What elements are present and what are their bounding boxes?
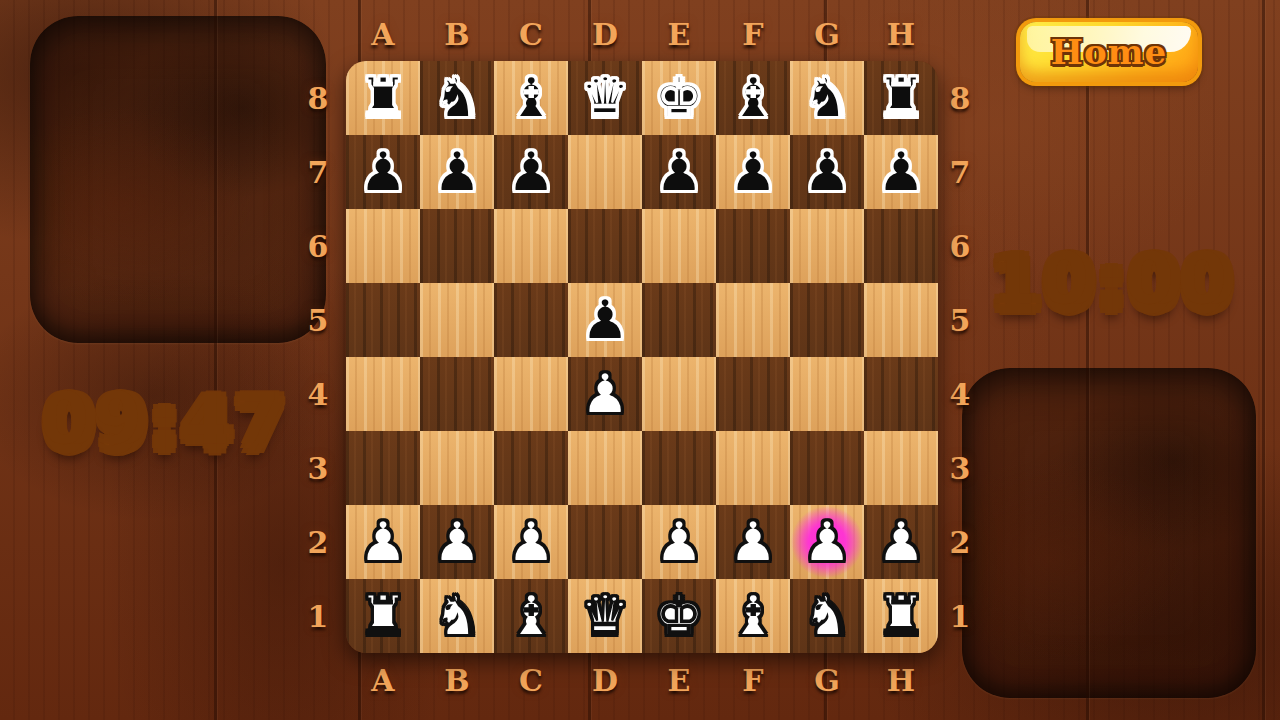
piece-white-pawn-g2[interactable]: ♟	[802, 505, 852, 579]
square-e2[interactable]: ♟	[642, 505, 716, 579]
piece-black-bishop-f8[interactable]: ♝	[728, 61, 778, 135]
file-label-d: D	[568, 12, 642, 56]
square-b3[interactable]	[420, 431, 494, 505]
piece-black-pawn-b7[interactable]: ♟	[432, 135, 482, 209]
piece-black-pawn-d5[interactable]: ♟	[580, 283, 630, 357]
piece-black-pawn-h7[interactable]: ♟	[876, 135, 926, 209]
square-e7[interactable]: ♟	[642, 135, 716, 209]
square-f6[interactable]	[716, 209, 790, 283]
rank-label-8: 8	[940, 61, 980, 135]
square-h7[interactable]: ♟	[864, 135, 938, 209]
square-f8[interactable]: ♝	[716, 61, 790, 135]
piece-white-knight-g1[interactable]: ♞	[802, 579, 852, 653]
square-f3[interactable]	[716, 431, 790, 505]
file-label-h: H	[864, 656, 938, 704]
square-h2[interactable]: ♟	[864, 505, 938, 579]
black-clock: 10:00	[955, 241, 1271, 325]
square-d2[interactable]	[568, 505, 642, 579]
square-g4[interactable]	[790, 357, 864, 431]
square-a5[interactable]	[346, 283, 420, 357]
square-c5[interactable]	[494, 283, 568, 357]
square-f7[interactable]: ♟	[716, 135, 790, 209]
square-h4[interactable]	[864, 357, 938, 431]
square-h1[interactable]: ♜	[864, 579, 938, 653]
piece-black-queen-d8[interactable]: ♛	[580, 61, 630, 135]
file-label-e: E	[642, 656, 716, 704]
piece-white-pawn-b2[interactable]: ♟	[432, 505, 482, 579]
rank-label-7: 7	[940, 135, 980, 209]
square-b1[interactable]: ♞	[420, 579, 494, 653]
rank-label-3: 3	[298, 431, 338, 505]
file-label-h: H	[864, 12, 938, 56]
piece-white-pawn-c2[interactable]: ♟	[506, 505, 556, 579]
file-label-b: B	[420, 12, 494, 56]
square-b5[interactable]	[420, 283, 494, 357]
captured-pieces-tray-bottom-right	[962, 368, 1256, 698]
rank-label-2: 2	[298, 505, 338, 579]
file-label-g: G	[790, 656, 864, 704]
square-e1[interactable]: ♚	[642, 579, 716, 653]
piece-white-pawn-h2[interactable]: ♟	[876, 505, 926, 579]
square-a3[interactable]	[346, 431, 420, 505]
square-g2[interactable]: ♟	[790, 505, 864, 579]
square-d5[interactable]: ♟	[568, 283, 642, 357]
square-c2[interactable]: ♟	[494, 505, 568, 579]
rank-label-8: 8	[298, 61, 338, 135]
file-label-g: G	[790, 12, 864, 56]
square-e6[interactable]	[642, 209, 716, 283]
square-f4[interactable]	[716, 357, 790, 431]
square-b7[interactable]: ♟	[420, 135, 494, 209]
square-f1[interactable]: ♝	[716, 579, 790, 653]
square-c4[interactable]	[494, 357, 568, 431]
square-c3[interactable]	[494, 431, 568, 505]
piece-white-king-e1[interactable]: ♚	[654, 579, 704, 653]
square-b8[interactable]: ♞	[420, 61, 494, 135]
piece-black-knight-g8[interactable]: ♞	[802, 61, 852, 135]
file-label-c: C	[494, 656, 568, 704]
square-e8[interactable]: ♚	[642, 61, 716, 135]
square-c8[interactable]: ♝	[494, 61, 568, 135]
square-g7[interactable]: ♟	[790, 135, 864, 209]
wood-plank-seam	[1086, 0, 1089, 720]
rank-label-6: 6	[940, 209, 980, 283]
square-f2[interactable]: ♟	[716, 505, 790, 579]
piece-white-bishop-f1[interactable]: ♝	[728, 579, 778, 653]
piece-black-rook-a8[interactable]: ♜	[358, 61, 408, 135]
captured-pieces-tray-top-left	[30, 16, 326, 343]
square-a2[interactable]: ♟	[346, 505, 420, 579]
rank-label-3: 3	[940, 431, 980, 505]
file-label-d: D	[568, 656, 642, 704]
square-b2[interactable]: ♟	[420, 505, 494, 579]
square-a1[interactable]: ♜	[346, 579, 420, 653]
square-a7[interactable]: ♟	[346, 135, 420, 209]
piece-black-rook-h8[interactable]: ♜	[876, 61, 926, 135]
rank-label-1: 1	[298, 579, 338, 653]
wood-plank-seam	[214, 0, 217, 720]
square-a4[interactable]	[346, 357, 420, 431]
piece-white-pawn-d4[interactable]: ♟	[580, 357, 630, 431]
square-d8[interactable]: ♛	[568, 61, 642, 135]
piece-white-queen-d1[interactable]: ♛	[580, 579, 630, 653]
home-button[interactable]: Home	[1020, 22, 1198, 82]
square-e5[interactable]	[642, 283, 716, 357]
file-label-b: B	[420, 656, 494, 704]
wood-plank-seam	[1262, 0, 1265, 720]
square-g6[interactable]	[790, 209, 864, 283]
piece-white-rook-a1[interactable]: ♜	[358, 579, 408, 653]
square-e3[interactable]	[642, 431, 716, 505]
square-a6[interactable]	[346, 209, 420, 283]
piece-white-pawn-f2[interactable]: ♟	[728, 505, 778, 579]
square-g1[interactable]: ♞	[790, 579, 864, 653]
piece-black-pawn-f7[interactable]: ♟	[728, 135, 778, 209]
chess-game-screen: 09:47 10:00 Home ABCDEFGH ABCDEFGH 87654…	[0, 0, 1280, 720]
piece-white-knight-b1[interactable]: ♞	[432, 579, 482, 653]
rank-label-1: 1	[940, 579, 980, 653]
rank-label-7: 7	[298, 135, 338, 209]
file-label-c: C	[494, 12, 568, 56]
piece-black-pawn-c7[interactable]: ♟	[506, 135, 556, 209]
square-c6[interactable]	[494, 209, 568, 283]
home-button-label: Home	[1020, 23, 1198, 81]
square-h5[interactable]	[864, 283, 938, 357]
file-labels-bottom: ABCDEFGH	[346, 656, 938, 704]
rank-label-4: 4	[940, 357, 980, 431]
square-a8[interactable]: ♜	[346, 61, 420, 135]
piece-black-pawn-a7[interactable]: ♟	[358, 135, 408, 209]
file-label-e: E	[642, 12, 716, 56]
piece-black-bishop-c8[interactable]: ♝	[506, 61, 556, 135]
rank-label-5: 5	[940, 283, 980, 357]
rank-labels-right: 87654321	[940, 61, 980, 653]
chess-board: ♜♞♝♛♚♝♞♜♟♟♟♟♟♟♟♟♟♟♟♟♟♟♟♟♜♞♝♛♚♝♞♜	[346, 61, 938, 653]
piece-black-pawn-e7[interactable]: ♟	[654, 135, 704, 209]
rank-label-4: 4	[298, 357, 338, 431]
square-g3[interactable]	[790, 431, 864, 505]
square-h6[interactable]	[864, 209, 938, 283]
rank-labels-left: 87654321	[298, 61, 338, 653]
square-b4[interactable]	[420, 357, 494, 431]
square-d4[interactable]: ♟	[568, 357, 642, 431]
square-d7[interactable]	[568, 135, 642, 209]
file-label-a: A	[346, 656, 420, 704]
file-labels-top: ABCDEFGH	[346, 12, 938, 56]
square-d6[interactable]	[568, 209, 642, 283]
square-c1[interactable]: ♝	[494, 579, 568, 653]
rank-label-2: 2	[940, 505, 980, 579]
rank-label-5: 5	[298, 283, 338, 357]
white-clock: 09:47	[16, 381, 316, 465]
file-label-f: F	[716, 656, 790, 704]
square-c7[interactable]: ♟	[494, 135, 568, 209]
rank-label-6: 6	[298, 209, 338, 283]
file-label-f: F	[716, 12, 790, 56]
square-h3[interactable]	[864, 431, 938, 505]
piece-black-knight-b8[interactable]: ♞	[432, 61, 482, 135]
piece-white-pawn-e2[interactable]: ♟	[654, 505, 704, 579]
square-e4[interactable]	[642, 357, 716, 431]
square-d3[interactable]	[568, 431, 642, 505]
piece-black-king-e8[interactable]: ♚	[654, 61, 704, 135]
piece-white-rook-h1[interactable]: ♜	[876, 579, 926, 653]
square-b6[interactable]	[420, 209, 494, 283]
piece-white-pawn-a2[interactable]: ♟	[358, 505, 408, 579]
square-f5[interactable]	[716, 283, 790, 357]
piece-white-bishop-c1[interactable]: ♝	[506, 579, 556, 653]
square-g8[interactable]: ♞	[790, 61, 864, 135]
square-h8[interactable]: ♜	[864, 61, 938, 135]
file-label-a: A	[346, 12, 420, 56]
square-d1[interactable]: ♛	[568, 579, 642, 653]
piece-black-pawn-g7[interactable]: ♟	[802, 135, 852, 209]
square-g5[interactable]	[790, 283, 864, 357]
